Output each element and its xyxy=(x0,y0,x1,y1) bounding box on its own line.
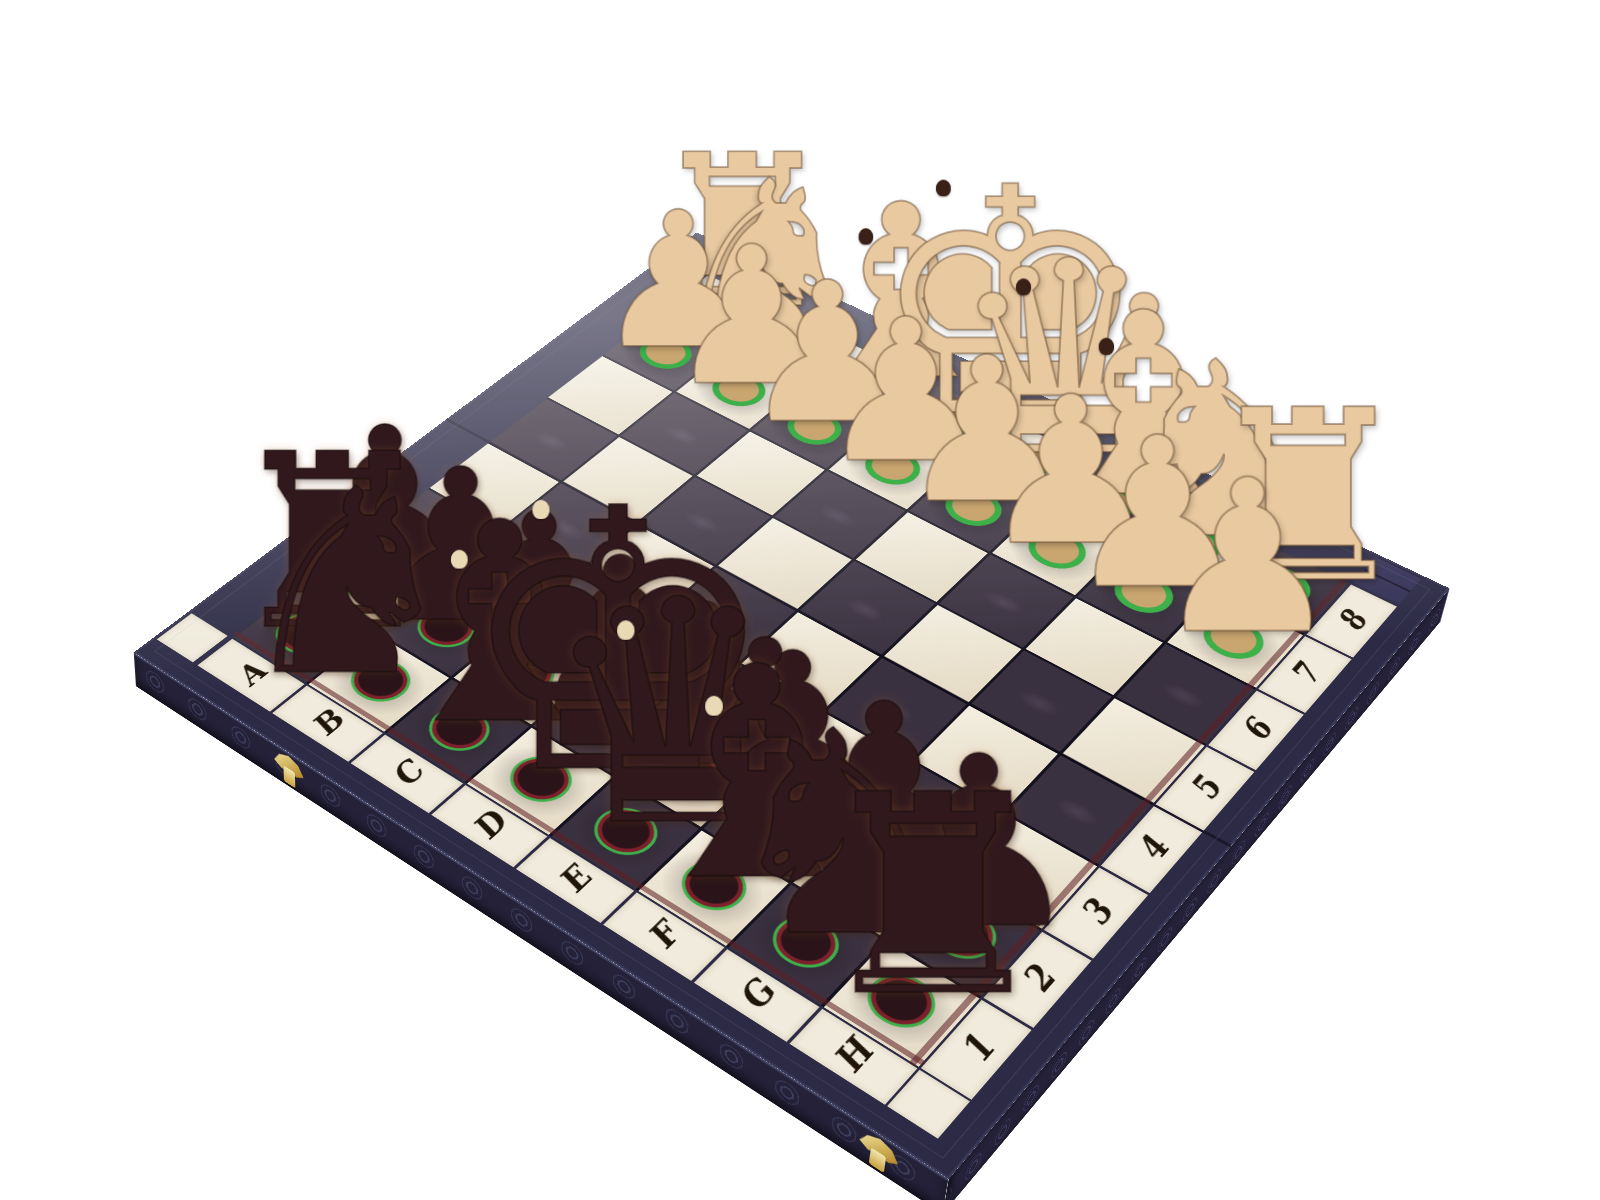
dark-rook-glyph: ♜ xyxy=(809,758,993,1034)
king-finial xyxy=(936,180,951,197)
queen-finial xyxy=(1016,278,1031,295)
product-photo-scene: ABCDEFGH 87654321 ♜♞♝♚♛♝♞♜♟♟♟♟♟♟♟♟♟♟♟♟♟♟… xyxy=(0,0,1600,1200)
light-pawn-glyph: ♟ xyxy=(1153,452,1314,664)
pieces-layer: ♜♞♝♚♛♝♞♜♟♟♟♟♟♟♟♟♟♟♟♟♟♟♟♟♜♞♝♚♛♝♞♜ xyxy=(134,232,1450,1179)
king-finial xyxy=(532,500,549,519)
chess-board: ABCDEFGH 87654321 ♜♞♝♚♛♝♞♜♟♟♟♟♟♟♟♟♟♟♟♟♟♟… xyxy=(134,232,1450,1179)
board-face: ABCDEFGH 87654321 ♜♞♝♚♛♝♞♜♟♟♟♟♟♟♟♟♟♟♟♟♟♟… xyxy=(134,232,1450,1179)
